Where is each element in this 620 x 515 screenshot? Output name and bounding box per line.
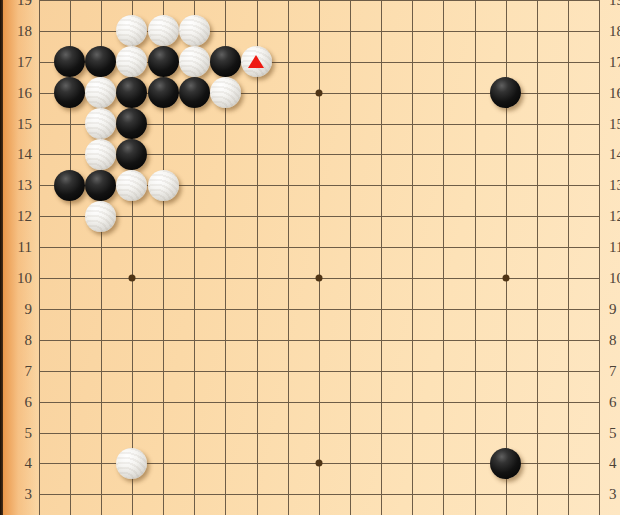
last-move-triangle-marker xyxy=(248,55,264,68)
stone-black[interactable] xyxy=(490,448,521,479)
board-grid[interactable] xyxy=(23,0,615,510)
stone-black[interactable] xyxy=(54,170,85,201)
stone-white[interactable] xyxy=(85,139,116,170)
stone-white[interactable] xyxy=(148,15,179,46)
stone-black[interactable] xyxy=(54,46,85,77)
stone-black[interactable] xyxy=(148,46,179,77)
stone-white[interactable] xyxy=(241,46,272,77)
board-left-edge xyxy=(0,0,3,515)
stone-white[interactable] xyxy=(85,108,116,139)
stone-black[interactable] xyxy=(179,77,210,108)
stone-black[interactable] xyxy=(116,139,147,170)
stone-black[interactable] xyxy=(148,77,179,108)
stone-white[interactable] xyxy=(85,201,116,232)
stone-white[interactable] xyxy=(116,15,147,46)
stone-black[interactable] xyxy=(54,77,85,108)
stone-white[interactable] xyxy=(116,170,147,201)
stone-white[interactable] xyxy=(148,170,179,201)
go-board-view: 191817161514131211109876543 191817161514… xyxy=(0,0,620,515)
stone-black[interactable] xyxy=(116,108,147,139)
stone-black[interactable] xyxy=(85,170,116,201)
stone-white[interactable] xyxy=(116,46,147,77)
stone-black[interactable] xyxy=(116,77,147,108)
stone-white[interactable] xyxy=(85,77,116,108)
stone-white[interactable] xyxy=(179,46,210,77)
stone-white[interactable] xyxy=(210,77,241,108)
stone-black[interactable] xyxy=(85,46,116,77)
stone-white[interactable] xyxy=(179,15,210,46)
stone-white[interactable] xyxy=(116,448,147,479)
stone-black[interactable] xyxy=(490,77,521,108)
stone-black[interactable] xyxy=(210,46,241,77)
